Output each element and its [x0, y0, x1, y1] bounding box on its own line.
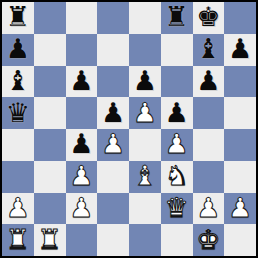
white-knight[interactable]: ♞ — [165, 162, 189, 189]
square-f4[interactable]: ♟ — [161, 129, 193, 161]
square-d8[interactable] — [97, 2, 129, 34]
white-pawn[interactable]: ♟ — [69, 194, 93, 221]
square-f1[interactable] — [161, 224, 193, 256]
square-e6[interactable]: ♟ — [129, 66, 161, 98]
chessboard: ♜♜♚♟♝♟♝♟♟♟♛♟♟♟♟♟♟♟♝♞♟♟♛♟♟♜♜♚ — [0, 0, 258, 258]
square-b4[interactable] — [34, 129, 66, 161]
square-f8[interactable]: ♜ — [161, 2, 193, 34]
square-c5[interactable] — [66, 97, 98, 129]
square-b1[interactable]: ♜ — [34, 224, 66, 256]
square-e2[interactable] — [129, 193, 161, 225]
square-c7[interactable] — [66, 34, 98, 66]
square-h3[interactable] — [224, 161, 256, 193]
black-bishop[interactable]: ♝ — [6, 67, 30, 94]
square-h2[interactable]: ♟ — [224, 193, 256, 225]
square-e4[interactable] — [129, 129, 161, 161]
white-pawn[interactable]: ♟ — [133, 99, 157, 126]
white-pawn[interactable]: ♟ — [228, 194, 252, 221]
square-f7[interactable] — [161, 34, 193, 66]
white-king[interactable]: ♚ — [196, 226, 220, 253]
square-e5[interactable]: ♟ — [129, 97, 161, 129]
square-a3[interactable] — [2, 161, 34, 193]
square-b6[interactable] — [34, 66, 66, 98]
white-pawn[interactable]: ♟ — [101, 130, 125, 157]
square-d3[interactable] — [97, 161, 129, 193]
square-a2[interactable]: ♟ — [2, 193, 34, 225]
black-pawn[interactable]: ♟ — [196, 67, 220, 94]
square-d1[interactable] — [97, 224, 129, 256]
square-h8[interactable] — [224, 2, 256, 34]
white-rook[interactable]: ♜ — [6, 226, 30, 253]
white-rook[interactable]: ♜ — [38, 226, 62, 253]
black-pawn[interactable]: ♟ — [133, 67, 157, 94]
square-c6[interactable]: ♟ — [66, 66, 98, 98]
square-b8[interactable] — [34, 2, 66, 34]
square-a4[interactable] — [2, 129, 34, 161]
black-pawn[interactable]: ♟ — [101, 99, 125, 126]
black-pawn[interactable]: ♟ — [228, 35, 252, 62]
black-king[interactable]: ♚ — [196, 3, 220, 30]
square-c2[interactable]: ♟ — [66, 193, 98, 225]
square-g5[interactable] — [193, 97, 225, 129]
square-h1[interactable] — [224, 224, 256, 256]
black-rook[interactable]: ♜ — [6, 3, 30, 30]
square-b7[interactable] — [34, 34, 66, 66]
white-pawn[interactable]: ♟ — [165, 130, 189, 157]
white-queen[interactable]: ♛ — [165, 194, 189, 221]
square-d4[interactable]: ♟ — [97, 129, 129, 161]
white-pawn[interactable]: ♟ — [69, 162, 93, 189]
square-f6[interactable] — [161, 66, 193, 98]
black-bishop[interactable]: ♝ — [196, 35, 220, 62]
square-d2[interactable] — [97, 193, 129, 225]
square-f2[interactable]: ♛ — [161, 193, 193, 225]
white-bishop[interactable]: ♝ — [133, 162, 157, 189]
black-queen[interactable]: ♛ — [6, 99, 30, 126]
white-pawn[interactable]: ♟ — [196, 194, 220, 221]
square-d6[interactable] — [97, 66, 129, 98]
square-f3[interactable]: ♞ — [161, 161, 193, 193]
black-pawn[interactable]: ♟ — [165, 99, 189, 126]
square-a6[interactable]: ♝ — [2, 66, 34, 98]
white-pawn[interactable]: ♟ — [6, 194, 30, 221]
square-a1[interactable]: ♜ — [2, 224, 34, 256]
square-c1[interactable] — [66, 224, 98, 256]
square-a7[interactable]: ♟ — [2, 34, 34, 66]
black-rook[interactable]: ♜ — [165, 3, 189, 30]
square-c8[interactable] — [66, 2, 98, 34]
square-b3[interactable] — [34, 161, 66, 193]
square-e7[interactable] — [129, 34, 161, 66]
square-b2[interactable] — [34, 193, 66, 225]
square-g8[interactable]: ♚ — [193, 2, 225, 34]
black-pawn[interactable]: ♟ — [6, 35, 30, 62]
square-h6[interactable] — [224, 66, 256, 98]
square-g6[interactable]: ♟ — [193, 66, 225, 98]
square-d7[interactable] — [97, 34, 129, 66]
square-a8[interactable]: ♜ — [2, 2, 34, 34]
square-f5[interactable]: ♟ — [161, 97, 193, 129]
square-d5[interactable]: ♟ — [97, 97, 129, 129]
black-pawn[interactable]: ♟ — [69, 67, 93, 94]
square-g7[interactable]: ♝ — [193, 34, 225, 66]
square-h4[interactable] — [224, 129, 256, 161]
square-c3[interactable]: ♟ — [66, 161, 98, 193]
black-pawn[interactable]: ♟ — [69, 130, 93, 157]
square-a5[interactable]: ♛ — [2, 97, 34, 129]
square-b5[interactable] — [34, 97, 66, 129]
square-h7[interactable]: ♟ — [224, 34, 256, 66]
square-c4[interactable]: ♟ — [66, 129, 98, 161]
square-e3[interactable]: ♝ — [129, 161, 161, 193]
square-h5[interactable] — [224, 97, 256, 129]
square-g3[interactable] — [193, 161, 225, 193]
square-g2[interactable]: ♟ — [193, 193, 225, 225]
square-e1[interactable] — [129, 224, 161, 256]
square-e8[interactable] — [129, 2, 161, 34]
square-g1[interactable]: ♚ — [193, 224, 225, 256]
square-g4[interactable] — [193, 129, 225, 161]
